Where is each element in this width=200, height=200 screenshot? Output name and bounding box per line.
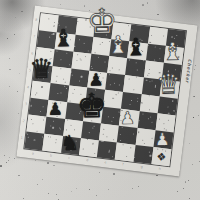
- white-queen[interactable]: ♛: [156, 70, 181, 97]
- print-speckle: [133, 89, 134, 90]
- print-speckle: [49, 18, 50, 19]
- file-label-d: d: [86, 159, 89, 163]
- table-speckle: [142, 4, 143, 5]
- table-speckle: [157, 14, 158, 15]
- print-speckle: [85, 56, 86, 57]
- print-speckle: [137, 98, 138, 99]
- print-speckle: [154, 47, 155, 48]
- print-speckle: [103, 129, 104, 130]
- rank-label-8: 8: [35, 19, 38, 23]
- print-speckle: [149, 69, 150, 70]
- table-speckle: [19, 73, 20, 74]
- print-speckle: [80, 59, 81, 60]
- table-speckle: [0, 165, 2, 167]
- print-speckle: [50, 136, 51, 137]
- print-speckle: [149, 109, 150, 110]
- brand-text: Checker: [185, 59, 193, 84]
- print-speckle: [28, 137, 29, 138]
- table-speckle: [48, 193, 49, 194]
- square-a5[interactable]: ♛: [33, 64, 53, 83]
- table-speckle: [9, 58, 10, 59]
- table-speckle: [71, 191, 72, 192]
- print-speckle: [56, 76, 57, 77]
- table-speckle: [60, 4, 61, 5]
- table-speckle: [192, 164, 194, 166]
- print-speckle: [60, 92, 61, 93]
- black-pawn[interactable]: ♟: [48, 101, 64, 118]
- print-speckle: [118, 85, 119, 86]
- square-d2[interactable]: [81, 121, 101, 140]
- table-speckle: [53, 165, 55, 167]
- print-speckle: [56, 81, 57, 82]
- square-f5[interactable]: [123, 75, 143, 94]
- square-b6[interactable]: [53, 49, 73, 68]
- four-diamond-logo-icon: ❖: [156, 151, 167, 163]
- table-speckle: [14, 158, 15, 159]
- square-g4[interactable]: [139, 94, 159, 113]
- file-label-e: e: [104, 161, 107, 165]
- print-speckle: [154, 59, 155, 60]
- print-speckle: [123, 144, 124, 145]
- square-f7[interactable]: ♝: [127, 41, 147, 60]
- table-speckle: [189, 143, 190, 144]
- print-speckle: [92, 128, 93, 129]
- print-speckle: [98, 57, 99, 58]
- print-speckle: [143, 60, 144, 61]
- square-h2[interactable]: ♟: [153, 130, 173, 149]
- print-speckle: [160, 58, 161, 59]
- print-speckle: [146, 80, 147, 81]
- print-speckle: [56, 139, 57, 140]
- print-speckle: [111, 121, 112, 122]
- print-speckle: [167, 107, 168, 108]
- print-speckle: [54, 22, 55, 23]
- table-speckle: [23, 198, 24, 199]
- print-speckle: [172, 100, 173, 101]
- table-speckle: [9, 157, 10, 158]
- print-speckle: [87, 139, 88, 140]
- print-speckle: [84, 43, 85, 44]
- print-speckle: [109, 149, 110, 150]
- print-speckle: [177, 35, 178, 36]
- print-speckle: [31, 119, 32, 120]
- print-speckle: [133, 134, 134, 135]
- print-speckle: [40, 111, 41, 112]
- print-speckle: [75, 45, 76, 46]
- print-speckle: [64, 86, 65, 87]
- chess-board-mat: ♚♝♝♝♝♛♟♛♟♚♟♟♞❖ Checker abcdefgh12345678: [16, 6, 197, 177]
- square-g2[interactable]: [135, 128, 155, 147]
- print-speckle: [82, 149, 83, 150]
- file-label-g: g: [140, 166, 143, 170]
- file-label-c: c: [68, 157, 70, 161]
- table-speckle: [99, 172, 100, 173]
- square-c7[interactable]: [73, 35, 93, 54]
- print-speckle: [42, 137, 43, 138]
- square-f2[interactable]: [117, 126, 137, 145]
- table-speckle: [138, 186, 139, 187]
- black-knight[interactable]: ♞: [60, 133, 79, 154]
- print-speckle: [60, 68, 61, 69]
- print-speckle: [118, 92, 119, 93]
- square-f3[interactable]: ♟: [119, 109, 139, 128]
- print-speckle: [114, 83, 115, 84]
- print-speckle: [68, 64, 69, 65]
- square-e5[interactable]: [105, 73, 125, 92]
- square-b3[interactable]: ♟: [47, 100, 67, 119]
- print-speckle: [78, 21, 79, 22]
- print-speckle: [61, 59, 62, 60]
- rank-label-2: 2: [22, 120, 25, 124]
- table-speckle: [185, 181, 187, 183]
- square-h5[interactable]: ♛: [159, 80, 179, 99]
- print-speckle: [118, 69, 119, 70]
- white-pawn[interactable]: ♟: [120, 110, 136, 127]
- table-speckle: [156, 175, 157, 176]
- print-speckle: [129, 79, 130, 80]
- table-speckle: [7, 38, 8, 39]
- square-a3[interactable]: [29, 98, 49, 117]
- table-speckle: [194, 69, 195, 70]
- table-speckle: [193, 117, 194, 118]
- print-speckle: [107, 137, 108, 138]
- print-speckle: [95, 52, 96, 53]
- print-speckle: [151, 80, 152, 81]
- table-photo: ♚♝♝♝♝♛♟♛♟♚♟♟♞❖ Checker abcdefgh12345678: [0, 0, 200, 200]
- print-speckle: [139, 121, 140, 122]
- print-speckle: [30, 105, 31, 106]
- print-speckle: [58, 93, 59, 94]
- print-speckle: [104, 62, 105, 63]
- print-speckle: [137, 69, 138, 70]
- print-speckle: [94, 126, 95, 127]
- table-speckle: [194, 96, 195, 97]
- print-speckle: [111, 156, 112, 157]
- print-speckle: [72, 74, 73, 75]
- print-speckle: [118, 111, 119, 112]
- print-speckle: [65, 81, 66, 82]
- print-speckle: [150, 42, 151, 43]
- square-a1[interactable]: [24, 131, 44, 150]
- print-speckle: [168, 112, 169, 113]
- square-c6[interactable]: [71, 52, 91, 71]
- black-queen[interactable]: ♛: [29, 55, 54, 82]
- print-speckle: [76, 60, 77, 61]
- print-speckle: [137, 101, 138, 102]
- print-speckle: [32, 123, 33, 124]
- table-speckle: [6, 162, 7, 163]
- print-speckle: [43, 106, 44, 107]
- print-speckle: [141, 102, 142, 103]
- print-speckle: [101, 141, 102, 142]
- print-speckle: [70, 100, 71, 101]
- print-speckle: [148, 73, 149, 74]
- print-speckle: [122, 127, 123, 128]
- print-speckle: [49, 36, 50, 37]
- print-speckle: [81, 76, 82, 77]
- table-speckle: [195, 65, 196, 66]
- print-speckle: [159, 118, 160, 119]
- print-speckle: [135, 77, 136, 78]
- file-label-f: f: [122, 163, 124, 167]
- file-label-h: h: [158, 168, 161, 172]
- print-speckle: [131, 100, 132, 101]
- table-speckle: [193, 96, 194, 97]
- square-h4[interactable]: [157, 96, 177, 115]
- table-speckle: [21, 11, 23, 13]
- table-speckle: [9, 69, 11, 71]
- print-speckle: [138, 131, 139, 132]
- table-speckle: [58, 199, 60, 200]
- print-speckle: [148, 45, 149, 46]
- table-speckle: [199, 161, 200, 162]
- print-speckle: [120, 139, 121, 140]
- print-speckle: [89, 133, 90, 134]
- table-speckle: [56, 194, 57, 195]
- table-speckle: [188, 180, 189, 181]
- square-e2[interactable]: [99, 124, 119, 143]
- print-speckle: [134, 157, 135, 158]
- table-speckle: [42, 179, 43, 180]
- print-speckle: [113, 139, 114, 140]
- print-speckle: [142, 139, 143, 140]
- print-speckle: [70, 125, 71, 126]
- print-speckle: [163, 35, 164, 36]
- print-speckle: [41, 86, 42, 87]
- white-bishop[interactable]: ♝: [162, 40, 184, 64]
- print-speckle: [109, 71, 110, 72]
- table-speckle: [18, 113, 19, 114]
- rank-label-7: 7: [33, 36, 36, 40]
- print-speckle: [110, 84, 111, 85]
- rank-label-4: 4: [27, 86, 30, 90]
- print-speckle: [128, 25, 129, 26]
- print-speckle: [102, 141, 103, 142]
- square-f1[interactable]: [115, 143, 135, 162]
- print-speckle: [150, 155, 151, 156]
- table-speckle: [113, 173, 115, 175]
- print-speckle: [51, 125, 52, 126]
- print-speckle: [152, 121, 153, 122]
- print-speckle: [66, 129, 67, 130]
- black-bishop[interactable]: ♝: [125, 35, 147, 59]
- print-speckle: [78, 54, 79, 55]
- rank-label-3: 3: [24, 103, 27, 107]
- print-speckle: [99, 44, 100, 45]
- square-f6[interactable]: [125, 58, 145, 77]
- file-label-b: b: [50, 155, 53, 159]
- print-speckle: [147, 75, 148, 76]
- print-speckle: [173, 110, 174, 111]
- table-speckle: [108, 189, 109, 190]
- print-speckle: [44, 117, 45, 118]
- print-speckle: [112, 97, 113, 98]
- print-speckle: [108, 116, 109, 117]
- print-speckle: [148, 118, 149, 119]
- square-d1[interactable]: [79, 138, 99, 157]
- print-speckle: [149, 95, 150, 96]
- print-speckle: [151, 35, 152, 36]
- table-speckle: [4, 155, 5, 156]
- print-speckle: [92, 143, 93, 144]
- print-speckle: [67, 119, 68, 120]
- table-speckle: [84, 5, 85, 6]
- square-e6[interactable]: [107, 56, 127, 75]
- print-speckle: [163, 123, 164, 124]
- table-speckle: [14, 34, 15, 35]
- table-speckle: [47, 162, 49, 164]
- print-speckle: [149, 152, 150, 153]
- print-speckle: [92, 68, 93, 69]
- print-speckle: [74, 89, 75, 90]
- square-g1[interactable]: [133, 145, 153, 164]
- print-speckle: [34, 139, 35, 140]
- print-speckle: [35, 94, 36, 95]
- print-speckle: [95, 153, 96, 154]
- print-speckle: [144, 142, 145, 143]
- print-speckle: [66, 88, 67, 89]
- print-speckle: [71, 71, 72, 72]
- print-speckle: [43, 120, 44, 121]
- print-speckle: [91, 66, 92, 67]
- print-speckle: [113, 116, 114, 117]
- table-speckle: [18, 175, 19, 176]
- print-speckle: [129, 104, 130, 105]
- square-g3[interactable]: [137, 111, 157, 130]
- print-speckle: [129, 59, 130, 60]
- table-speckle: [96, 195, 97, 196]
- print-speckle: [63, 78, 64, 79]
- print-speckle: [131, 30, 132, 31]
- print-speckle: [60, 128, 61, 129]
- print-speckle: [79, 80, 80, 81]
- print-speckle: [168, 120, 169, 121]
- print-speckle: [66, 53, 67, 54]
- square-b7[interactable]: ♝: [55, 32, 75, 51]
- black-bishop[interactable]: ♝: [53, 26, 75, 50]
- print-speckle: [130, 148, 131, 149]
- square-e3[interactable]: [101, 107, 121, 126]
- square-c1[interactable]: ♞: [61, 136, 81, 155]
- print-speckle: [109, 74, 110, 75]
- print-speckle: [135, 62, 136, 63]
- print-speckle: [113, 98, 114, 99]
- square-b5[interactable]: [51, 66, 71, 85]
- table-speckle: [132, 188, 133, 189]
- print-speckle: [36, 131, 37, 132]
- table-speckle: [9, 86, 10, 87]
- square-a2[interactable]: [26, 115, 46, 134]
- print-speckle: [150, 117, 151, 118]
- print-speckle: [50, 51, 51, 52]
- print-speckle: [72, 93, 73, 94]
- print-speckle: [116, 94, 117, 95]
- print-speckle: [53, 120, 54, 121]
- table-speckle: [76, 188, 77, 189]
- square-h7[interactable]: ♝: [164, 46, 184, 65]
- table-speckle: [198, 115, 199, 116]
- table-speckle: [183, 188, 184, 189]
- file-label-a: a: [32, 152, 35, 156]
- print-speckle: [142, 113, 143, 114]
- square-a4[interactable]: [31, 81, 51, 100]
- print-speckle: [152, 138, 153, 139]
- print-speckle: [108, 151, 109, 152]
- print-speckle: [126, 156, 127, 157]
- print-speckle: [119, 134, 120, 135]
- table-speckle: [89, 189, 90, 190]
- print-speckle: [55, 142, 56, 143]
- table-speckle: [8, 160, 9, 161]
- print-speckle: [149, 81, 150, 82]
- print-speckle: [57, 50, 58, 51]
- square-e1[interactable]: [97, 140, 117, 159]
- square-d3[interactable]: ♚: [83, 104, 103, 123]
- table-speckle: [177, 191, 178, 192]
- table-speckle: [35, 160, 36, 161]
- print-speckle: [112, 67, 113, 68]
- white-pawn[interactable]: ♟: [154, 131, 170, 148]
- square-h1[interactable]: ❖: [151, 147, 171, 166]
- print-speckle: [79, 39, 80, 40]
- print-speckle: [87, 50, 88, 51]
- print-speckle: [102, 134, 103, 135]
- table-speckle: [17, 91, 18, 92]
- table-speckle: [189, 198, 190, 199]
- print-speckle: [36, 92, 37, 93]
- table-speckle: [15, 17, 16, 18]
- rank-label-1: 1: [20, 137, 23, 141]
- print-speckle: [52, 127, 53, 128]
- table-speckle: [37, 184, 38, 185]
- print-speckle: [27, 134, 28, 135]
- chess-board[interactable]: ♚♝♝♝♝♛♟♛♟♚♟♟♞❖: [24, 13, 185, 166]
- table-speckle: [147, 2, 149, 4]
- print-speckle: [37, 48, 38, 49]
- print-speckle: [102, 42, 103, 43]
